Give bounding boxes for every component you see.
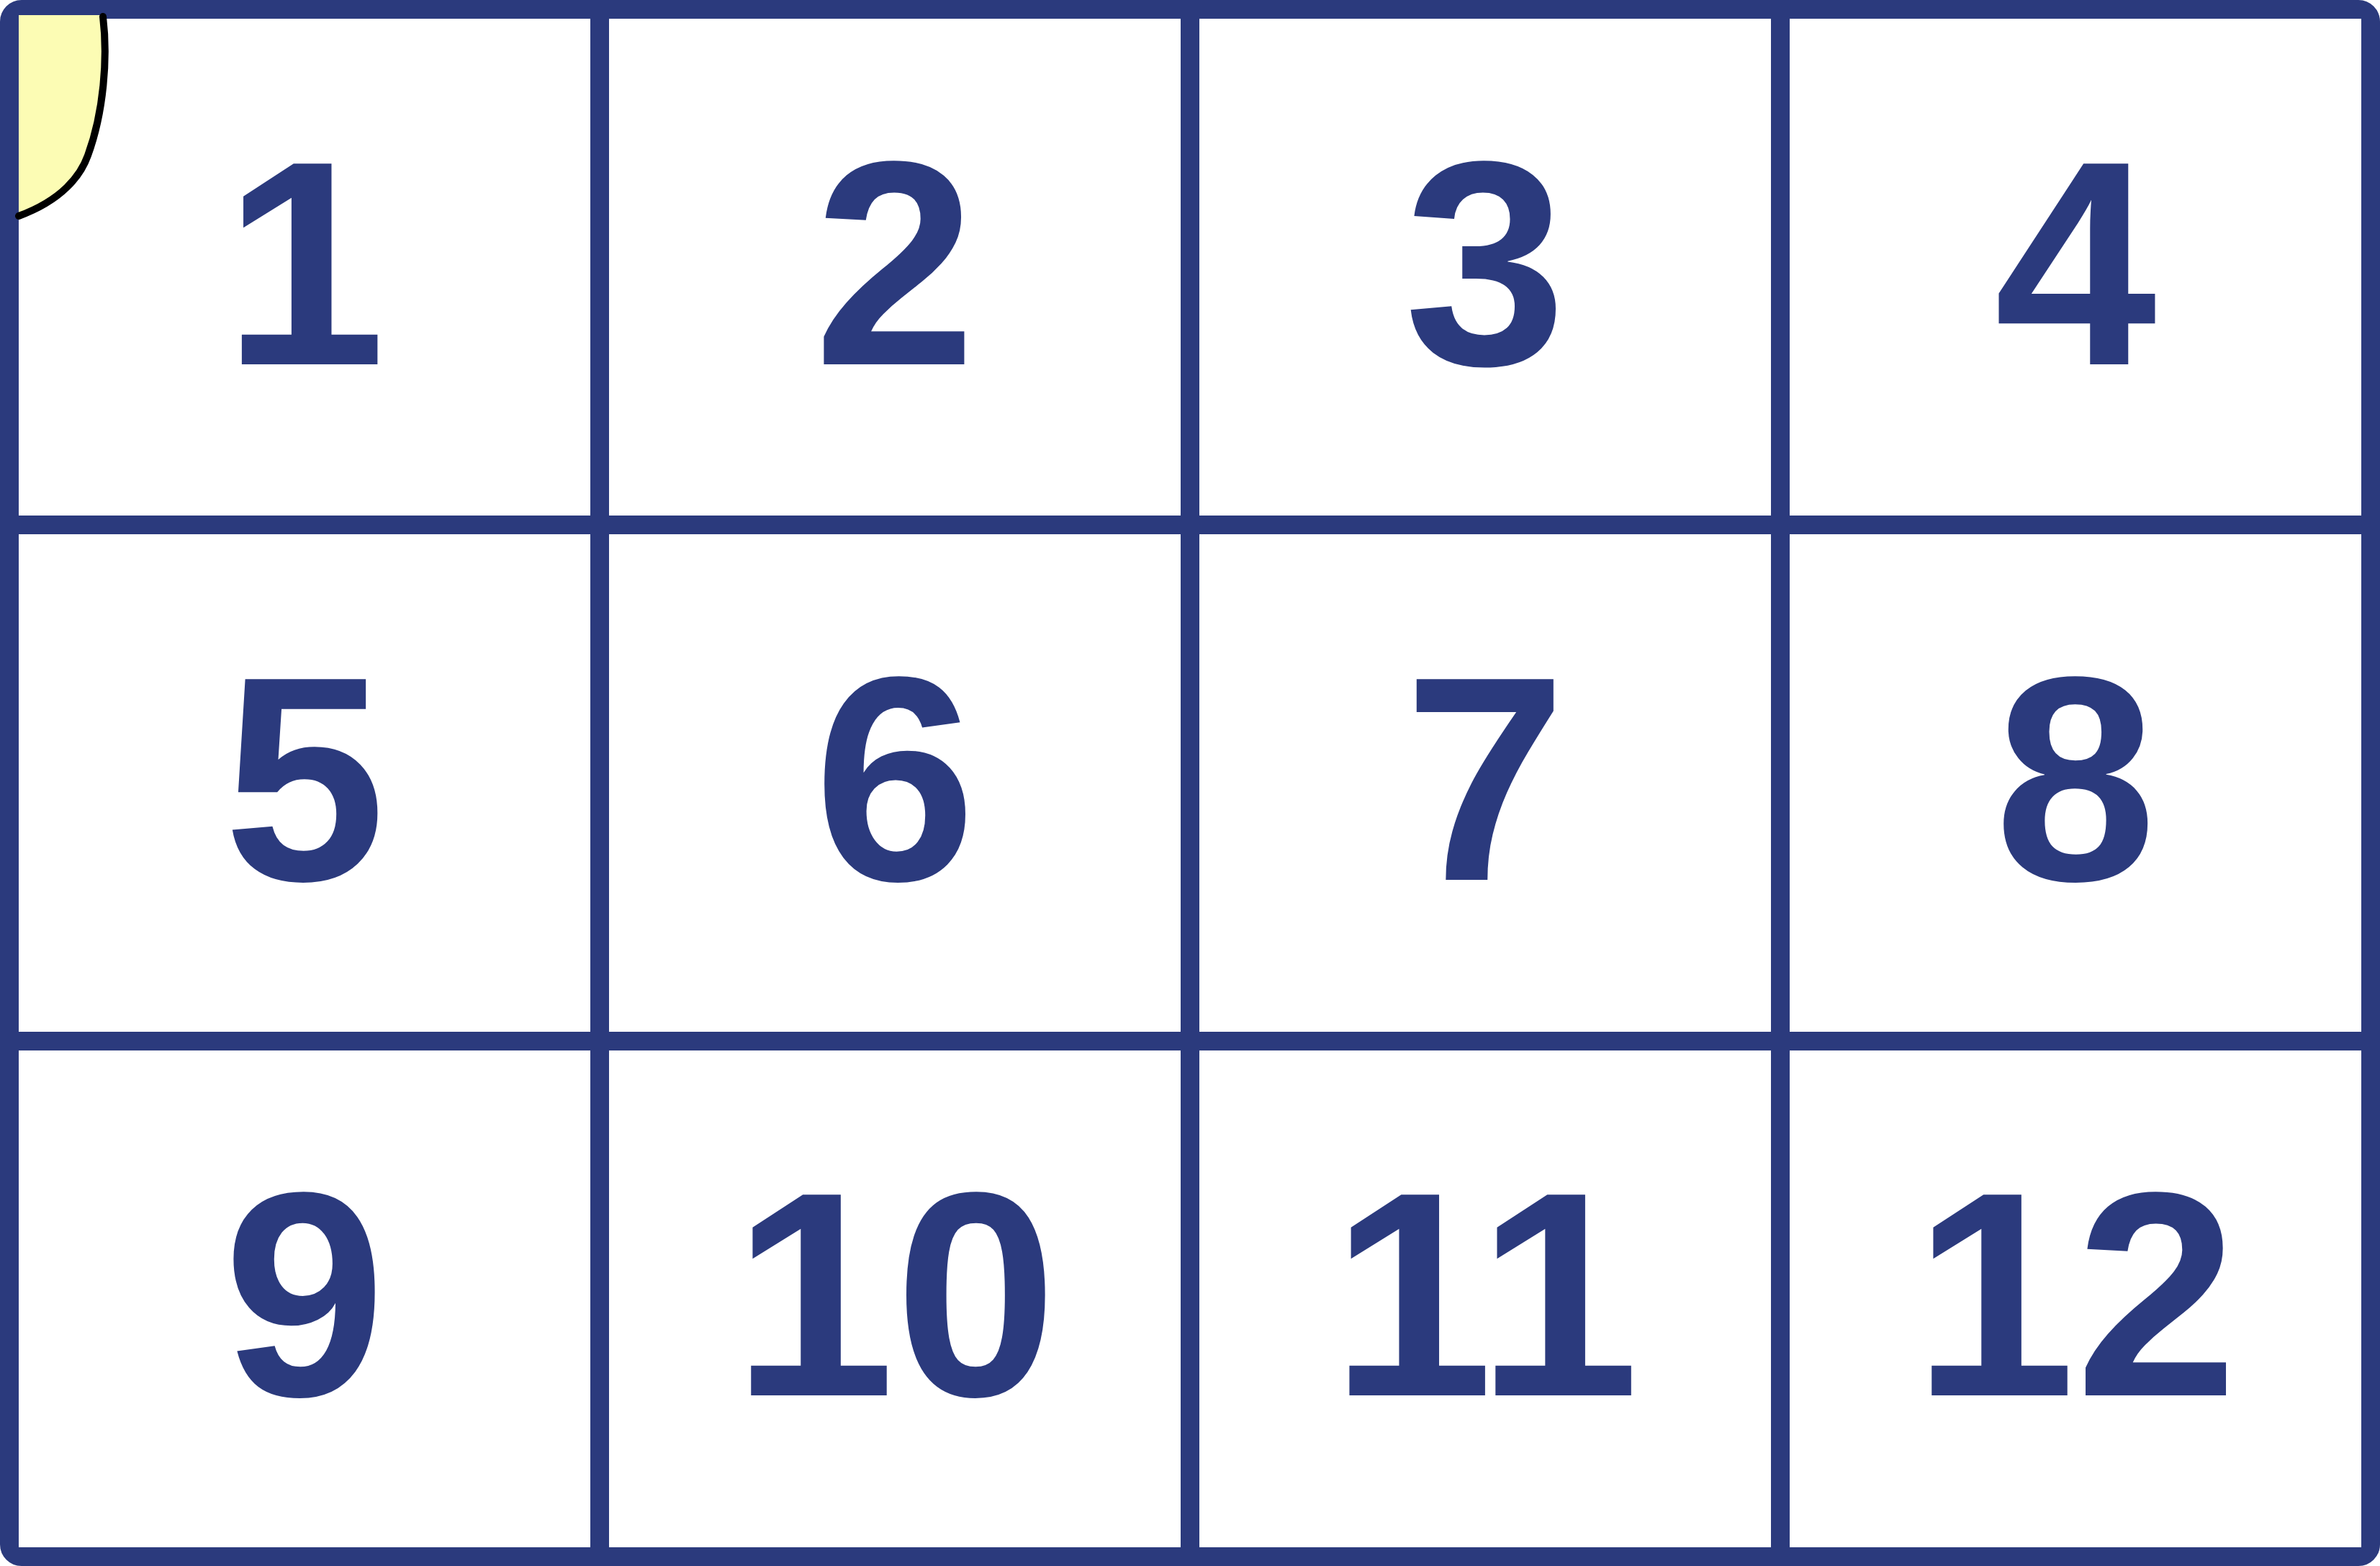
grid-cell-10: 10 [609, 1050, 1181, 1547]
grid-cell-2: 2 [609, 19, 1181, 516]
grid-cell-11: 11 [1199, 1050, 1771, 1547]
cell-number: 1 [223, 117, 385, 409]
grid-cell-7: 7 [1199, 534, 1771, 1031]
grid-cell-1: 1 [19, 19, 590, 516]
cell-number: 6 [813, 633, 975, 924]
grid-cell-6: 6 [609, 534, 1181, 1031]
grid-cell-4: 4 [1790, 19, 2361, 516]
grid-cell-9: 9 [19, 1050, 590, 1547]
cell-number: 10 [733, 1148, 1057, 1440]
number-grid-board: 1 2 3 4 5 6 7 8 9 10 11 12 [0, 0, 2380, 1566]
grid-cell-12: 12 [1790, 1050, 2361, 1547]
grid-cell-5: 5 [19, 534, 590, 1031]
cell-number: 5 [223, 633, 385, 924]
cell-number: 9 [223, 1148, 385, 1440]
grid-cell-8: 8 [1790, 534, 2361, 1031]
cell-number: 7 [1404, 633, 1566, 924]
cell-number: 2 [813, 117, 975, 409]
cell-number: 11 [1331, 1148, 1639, 1440]
cell-number: 12 [1914, 1148, 2237, 1440]
grid-cell-3: 3 [1199, 19, 1771, 516]
cell-number: 8 [1994, 633, 2156, 924]
cell-number: 4 [1994, 117, 2156, 409]
cell-number: 3 [1404, 117, 1566, 409]
